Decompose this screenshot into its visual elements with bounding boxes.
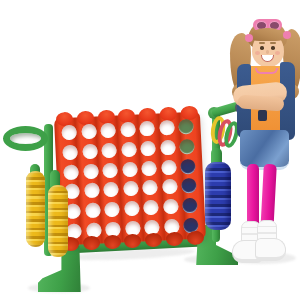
board-cell-r2c4 [121, 141, 137, 157]
yellow-foam-roller-left [26, 171, 45, 247]
board-cell-r4c2 [84, 183, 100, 199]
board-cell-r2c1 [62, 144, 78, 160]
eye [260, 46, 264, 50]
cheek [275, 51, 280, 55]
eyebrow [270, 42, 276, 44]
board-cell-r5c6 [163, 199, 179, 215]
scallop [124, 234, 142, 249]
bangs [250, 28, 285, 41]
scallop [103, 235, 121, 250]
board-cell-r1c3 [100, 123, 116, 139]
board-cell-r3c6 [161, 159, 177, 175]
shirt-neck-trim [255, 68, 278, 74]
sneaker-foot [255, 238, 286, 261]
scallop [145, 233, 163, 248]
board-row-5 [65, 198, 198, 219]
board-cell-r3c7 [180, 158, 196, 174]
board-cell-r3c1 [63, 164, 79, 180]
board-cell-r1c6 [159, 120, 175, 136]
board-cell-r5c5 [143, 200, 159, 216]
board-cell-r4c5 [142, 180, 158, 196]
vest-buckle [258, 110, 267, 121]
board-cell-r1c1 [61, 125, 77, 141]
nose [266, 50, 269, 54]
board-cell-r3c5 [141, 160, 157, 176]
board-cell-r3c3 [102, 162, 118, 178]
board-cell-r5c4 [124, 201, 140, 217]
board-row-2 [62, 139, 195, 160]
child-model [228, 18, 300, 270]
board-cell-r2c2 [82, 143, 98, 159]
board-cell-r2c6 [160, 140, 176, 156]
eye [271, 46, 275, 50]
sneaker-right [254, 220, 286, 261]
four-in-a-row-grid [61, 119, 198, 239]
hair-tie-right [283, 31, 291, 39]
toss-hoop-ring [3, 126, 48, 151]
board-cell-r1c5 [139, 121, 155, 137]
product-photo-scene [0, 0, 300, 300]
board-cell-r4c4 [123, 181, 139, 197]
board-cell-r5c3 [104, 202, 120, 218]
yellow-foam-roller-right [48, 185, 68, 257]
scallop [166, 231, 184, 246]
board-cell-r4c3 [103, 182, 119, 198]
board-cell-r2c5 [140, 141, 156, 157]
four-in-a-row-board [54, 112, 206, 246]
board-row-3 [63, 158, 196, 179]
board-cell-r4c6 [162, 179, 178, 195]
board-cell-r3c2 [83, 163, 99, 179]
board-cell-r1c2 [81, 124, 97, 140]
board-cell-r3c4 [122, 161, 138, 177]
scallop [187, 230, 205, 245]
board-row-4 [64, 178, 197, 199]
hair-tie-left [245, 34, 253, 42]
scallop [83, 236, 101, 251]
board-cell-r2c7 [179, 139, 195, 155]
eyebrow [259, 42, 265, 44]
board-cell-r1c4 [120, 122, 136, 138]
board-cell-r4c7 [181, 178, 197, 194]
board-cell-r5c2 [85, 203, 101, 219]
cheek [255, 51, 260, 55]
board-cell-r1c7 [178, 119, 194, 135]
board-cell-r5c7 [182, 198, 198, 214]
board-cell-r2c3 [101, 142, 117, 158]
